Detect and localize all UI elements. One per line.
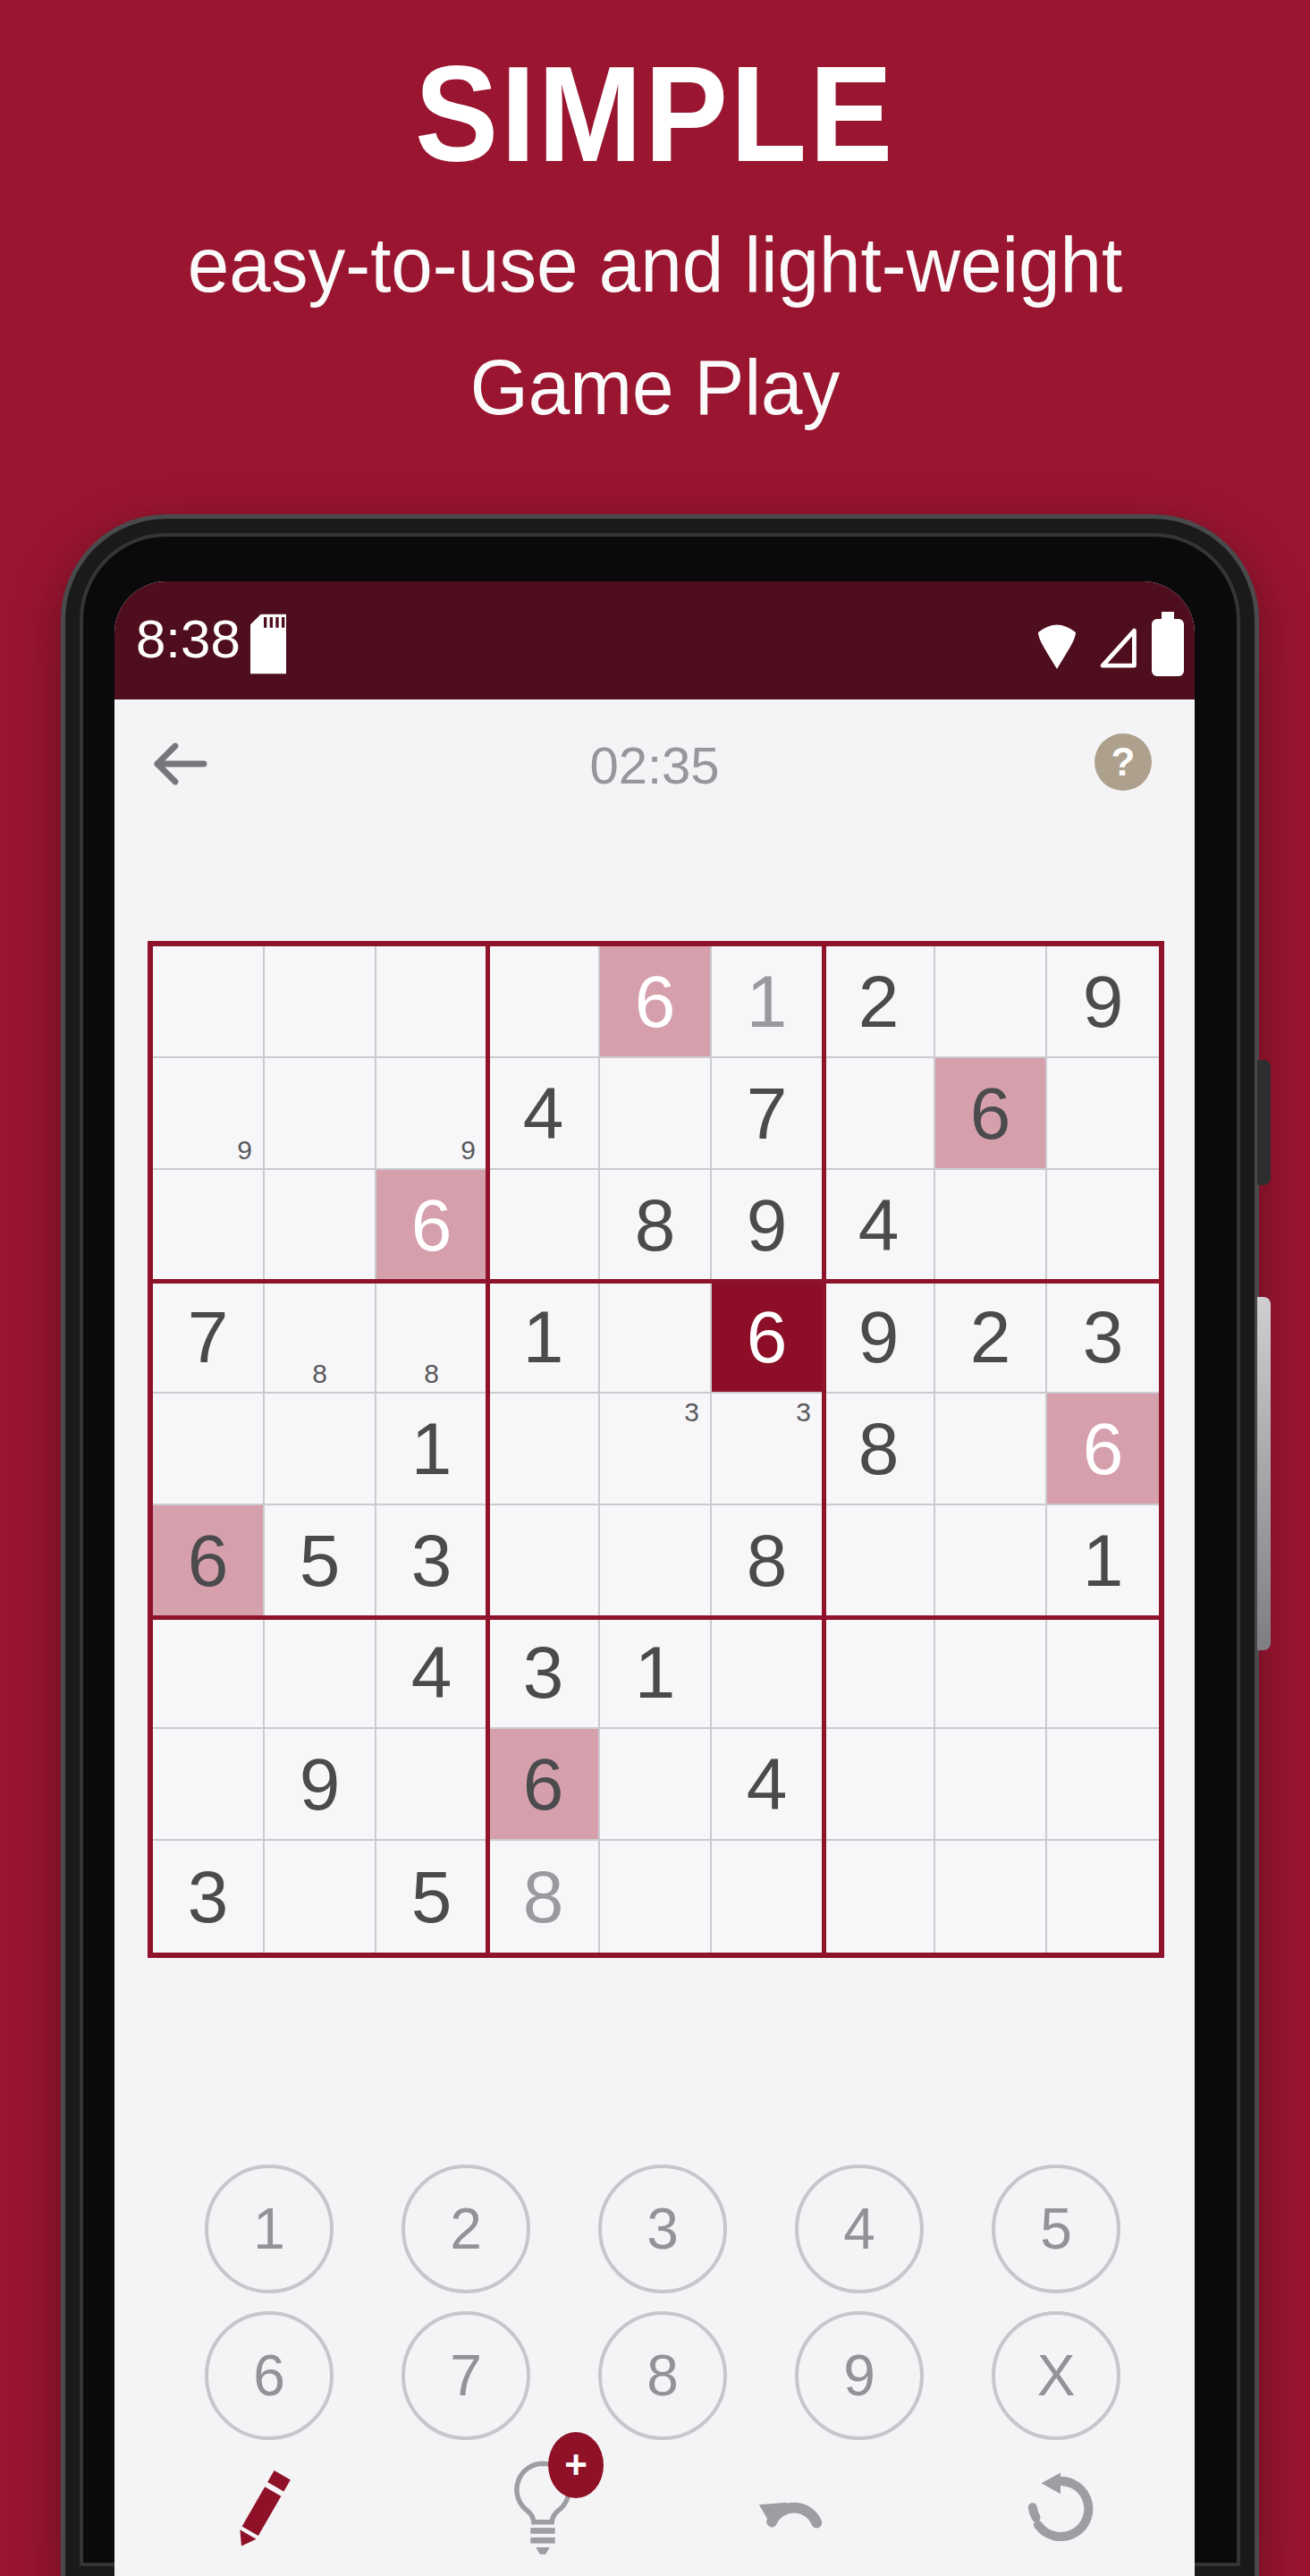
sudoku-cell-r4c2[interactable]: 8 xyxy=(265,1282,376,1394)
sudoku-cell-r1c4[interactable] xyxy=(488,946,600,1058)
sudoku-cell-r5c9[interactable]: 6 xyxy=(1047,1394,1159,1505)
sudoku-cell-r3c9[interactable] xyxy=(1047,1170,1159,1282)
phone-screen: 8:38 xyxy=(114,581,1195,2576)
sudoku-cell-r5c1[interactable] xyxy=(153,1394,265,1505)
promo-subtitle-line2: Game Play xyxy=(33,342,1278,433)
note-slot xyxy=(190,1095,226,1131)
numpad-key-4[interactable]: 4 xyxy=(795,2165,924,2293)
undo-button[interactable] xyxy=(740,2455,847,2563)
pencil-notes: 8 xyxy=(265,1282,375,1392)
sudoku-cell-r8c2[interactable]: 9 xyxy=(265,1729,376,1841)
sudoku-cell-r7c4[interactable]: 3 xyxy=(488,1617,600,1729)
sudoku-cell-r7c8[interactable] xyxy=(935,1617,1047,1729)
sudoku-cell-r3c1[interactable] xyxy=(153,1170,265,1282)
battery-icon xyxy=(1152,612,1184,676)
note-slot xyxy=(712,1430,748,1467)
note-slot xyxy=(413,1095,450,1131)
note-slot xyxy=(712,1467,748,1504)
sudoku-cell-r9c4[interactable]: 8 xyxy=(488,1841,600,1953)
note-slot xyxy=(153,1058,190,1095)
undo-icon xyxy=(755,2470,832,2547)
note-slot xyxy=(413,1058,450,1095)
numpad-key-7[interactable]: 7 xyxy=(401,2311,530,2440)
wifi-icon xyxy=(1034,615,1080,673)
note-slot xyxy=(600,1394,637,1430)
note-slot xyxy=(600,1430,637,1467)
sudoku-cell-r3c4[interactable] xyxy=(488,1170,600,1282)
sudoku-cell-r1c3[interactable] xyxy=(376,946,488,1058)
sudoku-cell-r6c4[interactable] xyxy=(488,1505,600,1617)
sudoku-cell-r3c5[interactable]: 8 xyxy=(600,1170,712,1282)
sudoku-cell-r5c8[interactable] xyxy=(935,1394,1047,1505)
sudoku-cell-r2c8[interactable]: 6 xyxy=(935,1058,1047,1170)
pencil-notes: 9 xyxy=(153,1058,263,1168)
note-slot: 3 xyxy=(673,1394,710,1430)
sudoku-cell-r2c3[interactable]: 9 xyxy=(376,1058,488,1170)
note-slot: 8 xyxy=(301,1355,338,1392)
note-slot: 9 xyxy=(450,1131,486,1168)
sudoku-cell-r8c9[interactable] xyxy=(1047,1729,1159,1841)
sudoku-cell-r8c1[interactable] xyxy=(153,1729,265,1841)
sudoku-cell-r1c1[interactable] xyxy=(153,946,265,1058)
sudoku-cell-r9c3[interactable]: 5 xyxy=(376,1841,488,1953)
phone-frame: 8:38 xyxy=(61,514,1259,2576)
sudoku-cell-r9c6[interactable] xyxy=(712,1841,824,1953)
note-slot xyxy=(376,1355,413,1392)
sudoku-cell-r4c3[interactable]: 8 xyxy=(376,1282,488,1394)
pencil-notes: 3 xyxy=(600,1394,710,1504)
sudoku-cell-r2c6[interactable]: 7 xyxy=(712,1058,824,1170)
note-slot xyxy=(190,1131,226,1168)
sudoku-cell-r7c1[interactable] xyxy=(153,1617,265,1729)
sudoku-cell-r4c7[interactable]: 9 xyxy=(824,1282,935,1394)
sudoku-cell-r8c5[interactable] xyxy=(600,1729,712,1841)
numpad-key-1[interactable]: 1 xyxy=(205,2165,334,2293)
sudoku-cell-r6c2[interactable]: 5 xyxy=(265,1505,376,1617)
note-slot xyxy=(153,1131,190,1168)
pencil-notes: 3 xyxy=(712,1394,822,1504)
note-slot xyxy=(637,1467,673,1504)
promo-subtitle-line1: easy-to-use and light-weight xyxy=(33,219,1278,310)
sudoku-cell-r5c5[interactable]: 3 xyxy=(600,1394,712,1505)
sudoku-cell-r1c8[interactable] xyxy=(935,946,1047,1058)
sudoku-cell-r1c6[interactable]: 1 xyxy=(712,946,824,1058)
note-slot xyxy=(376,1058,413,1095)
sudoku-cell-r2c1[interactable]: 9 xyxy=(153,1058,265,1170)
note-slot xyxy=(673,1467,710,1504)
help-button[interactable]: ? xyxy=(1094,733,1152,791)
sd-card-icon xyxy=(250,612,286,676)
box-divider xyxy=(153,1615,1159,1620)
note-slot: 8 xyxy=(413,1355,450,1392)
note-slot xyxy=(413,1318,450,1355)
note-slot xyxy=(785,1430,822,1467)
sudoku-cell-r4c5[interactable] xyxy=(600,1282,712,1394)
note-slot xyxy=(190,1058,226,1095)
numpad-key-6[interactable]: 6 xyxy=(205,2311,334,2440)
sudoku-cell-r6c6[interactable]: 8 xyxy=(712,1505,824,1617)
help-label: ? xyxy=(1111,740,1136,784)
pencil-icon xyxy=(220,2466,306,2552)
sudoku-cell-r8c6[interactable]: 4 xyxy=(712,1729,824,1841)
sudoku-cell-r3c7[interactable]: 4 xyxy=(824,1170,935,1282)
sudoku-cell-r6c3[interactable]: 3 xyxy=(376,1505,488,1617)
status-time: 8:38 xyxy=(136,608,241,670)
note-slot xyxy=(450,1058,486,1095)
numpad-key-2[interactable]: 2 xyxy=(401,2165,530,2293)
promo-screenshot: SIMPLE easy-to-use and light-weight Game… xyxy=(0,0,1310,2576)
note-slot xyxy=(748,1394,785,1430)
box-divider xyxy=(822,946,826,1953)
sudoku-cell-r5c4[interactable] xyxy=(488,1394,600,1505)
signal-icon xyxy=(1093,615,1139,673)
pencil-notes: 9 xyxy=(376,1058,486,1168)
note-slot xyxy=(413,1282,450,1318)
sudoku-cell-r6c7[interactable] xyxy=(824,1505,935,1617)
note-slot xyxy=(265,1282,301,1318)
note-slot xyxy=(301,1282,338,1318)
note-slot xyxy=(413,1131,450,1168)
note-slot xyxy=(450,1355,486,1392)
sudoku-cell-r5c6[interactable]: 3 xyxy=(712,1394,824,1505)
hint-button[interactable]: + xyxy=(489,2455,596,2563)
sudoku-cell-r2c5[interactable] xyxy=(600,1058,712,1170)
sudoku-cell-r2c9[interactable] xyxy=(1047,1058,1159,1170)
note-slot xyxy=(376,1282,413,1318)
note-slot xyxy=(376,1131,413,1168)
numpad-key-9[interactable]: 9 xyxy=(795,2311,924,2440)
note-slot xyxy=(153,1095,190,1131)
note-slot xyxy=(338,1282,375,1318)
note-slot xyxy=(450,1318,486,1355)
sudoku-board: 6129994766894788169231338665381431964358 xyxy=(148,941,1164,1958)
note-slot xyxy=(265,1318,301,1355)
note-slot xyxy=(748,1467,785,1504)
note-slot xyxy=(301,1318,338,1355)
sudoku-cell-r4c6[interactable]: 6 xyxy=(712,1282,824,1394)
sudoku-cell-r4c8[interactable]: 2 xyxy=(935,1282,1047,1394)
sudoku-grid: 6129994766894788169231338665381431964358 xyxy=(153,946,1159,1953)
sudoku-cell-r8c8[interactable] xyxy=(935,1729,1047,1841)
sudoku-cell-r8c4[interactable]: 6 xyxy=(488,1729,600,1841)
sudoku-cell-r7c5[interactable]: 1 xyxy=(600,1617,712,1729)
note-slot xyxy=(265,1355,301,1392)
note-slot xyxy=(226,1095,263,1131)
hint-badge-label: + xyxy=(564,2443,587,2487)
note-slot xyxy=(450,1095,486,1131)
power-button xyxy=(1257,1060,1271,1185)
status-bar: 8:38 xyxy=(114,581,1195,699)
sudoku-cell-r9c5[interactable] xyxy=(600,1841,712,1953)
note-slot xyxy=(226,1058,263,1095)
note-slot xyxy=(376,1095,413,1131)
sudoku-cell-r9c9[interactable] xyxy=(1047,1841,1159,1953)
restart-button[interactable] xyxy=(1007,2455,1114,2563)
sudoku-cell-r5c3[interactable]: 1 xyxy=(376,1394,488,1505)
note-slot xyxy=(637,1430,673,1467)
note-slot: 3 xyxy=(785,1394,822,1430)
note-slot xyxy=(376,1318,413,1355)
sudoku-cell-r2c7[interactable] xyxy=(824,1058,935,1170)
note-slot xyxy=(785,1467,822,1504)
sudoku-cell-r9c2[interactable] xyxy=(265,1841,376,1953)
sudoku-cell-r1c5[interactable]: 6 xyxy=(600,946,712,1058)
sudoku-cell-r3c2[interactable] xyxy=(265,1170,376,1282)
numpad-key-X[interactable]: X xyxy=(992,2311,1120,2440)
sudoku-cell-r4c1[interactable]: 7 xyxy=(153,1282,265,1394)
numpad-key-3[interactable]: 3 xyxy=(598,2165,727,2293)
app-bar: 02:35 ? xyxy=(114,699,1195,834)
numpad-key-8[interactable]: 8 xyxy=(598,2311,727,2440)
note-slot xyxy=(712,1394,748,1430)
note-slot xyxy=(673,1430,710,1467)
note-slot xyxy=(450,1282,486,1318)
sudoku-cell-r8c3[interactable] xyxy=(376,1729,488,1841)
note-slot xyxy=(637,1394,673,1430)
note-slot xyxy=(600,1467,637,1504)
sudoku-cell-r9c8[interactable] xyxy=(935,1841,1047,1953)
sudoku-cell-r3c3[interactable]: 6 xyxy=(376,1170,488,1282)
sudoku-cell-r8c7[interactable] xyxy=(824,1729,935,1841)
sudoku-cell-r5c2[interactable] xyxy=(265,1394,376,1505)
restart-icon xyxy=(1022,2470,1099,2547)
sudoku-cell-r1c2[interactable] xyxy=(265,946,376,1058)
sudoku-cell-r6c8[interactable] xyxy=(935,1505,1047,1617)
pencil-notes-button[interactable] xyxy=(209,2455,317,2563)
note-slot: 9 xyxy=(226,1131,263,1168)
note-slot xyxy=(338,1355,375,1392)
volume-button xyxy=(1257,1297,1271,1650)
sudoku-cell-r7c2[interactable] xyxy=(265,1617,376,1729)
sudoku-cell-r7c7[interactable] xyxy=(824,1617,935,1729)
sudoku-cell-r7c6[interactable] xyxy=(712,1617,824,1729)
box-divider xyxy=(486,946,490,1953)
note-slot xyxy=(748,1430,785,1467)
game-timer: 02:35 xyxy=(114,735,1195,795)
hint-plus-badge: + xyxy=(548,2432,604,2498)
sudoku-cell-r7c3[interactable]: 4 xyxy=(376,1617,488,1729)
status-right-icons xyxy=(1034,612,1184,676)
sudoku-cell-r9c1[interactable]: 3 xyxy=(153,1841,265,1953)
promo-title: SIMPLE xyxy=(53,36,1258,192)
sudoku-cell-r1c7[interactable]: 2 xyxy=(824,946,935,1058)
sudoku-cell-r4c9[interactable]: 3 xyxy=(1047,1282,1159,1394)
sudoku-cell-r6c1[interactable]: 6 xyxy=(153,1505,265,1617)
sudoku-cell-r2c4[interactable]: 4 xyxy=(488,1058,600,1170)
sudoku-cell-r6c9[interactable]: 1 xyxy=(1047,1505,1159,1617)
sudoku-cell-r4c4[interactable]: 1 xyxy=(488,1282,600,1394)
numpad-key-5[interactable]: 5 xyxy=(992,2165,1120,2293)
sudoku-cell-r7c9[interactable] xyxy=(1047,1617,1159,1729)
sudoku-cell-r6c5[interactable] xyxy=(600,1505,712,1617)
sudoku-cell-r3c6[interactable]: 9 xyxy=(712,1170,824,1282)
pencil-notes: 8 xyxy=(376,1282,486,1392)
note-slot xyxy=(338,1318,375,1355)
sudoku-cell-r3c8[interactable] xyxy=(935,1170,1047,1282)
sudoku-cell-r9c7[interactable] xyxy=(824,1841,935,1953)
sudoku-cell-r1c9[interactable]: 9 xyxy=(1047,946,1159,1058)
sudoku-cell-r2c2[interactable] xyxy=(265,1058,376,1170)
box-divider xyxy=(153,1279,1159,1284)
sudoku-cell-r5c7[interactable]: 8 xyxy=(824,1394,935,1505)
